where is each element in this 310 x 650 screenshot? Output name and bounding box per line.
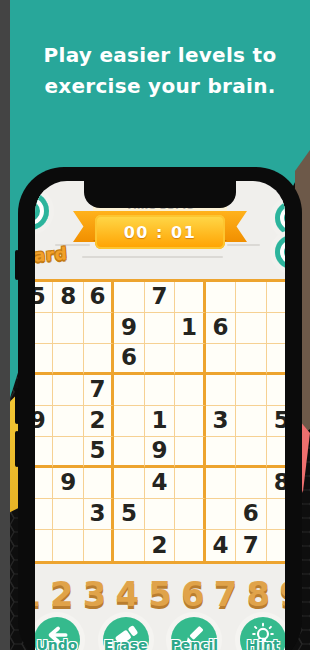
sudoku-cell-r8c7[interactable] <box>206 499 236 530</box>
sudoku-cell-r8c9[interactable] <box>267 499 285 530</box>
sudoku-cell-r3c4[interactable]: 6 <box>114 344 144 375</box>
sudoku-cell-r3c5[interactable] <box>145 344 175 375</box>
sudoku-cell-r5c9[interactable]: 5 <box>267 406 285 437</box>
sudoku-cell-r4c8[interactable] <box>236 375 266 406</box>
sudoku-grid: 5867916679213559948356247 <box>35 279 285 564</box>
sudoku-cell-r5c5[interactable]: 1 <box>145 406 175 437</box>
sudoku-cell-r9c6[interactable] <box>175 530 205 561</box>
number-key-8[interactable]: 8 <box>243 572 273 618</box>
number-key-5[interactable]: 5 <box>145 572 175 618</box>
sudoku-cell-r4c1[interactable] <box>35 375 53 406</box>
sudoku-cell-r5c2[interactable] <box>53 406 83 437</box>
sudoku-cell-r8c5[interactable] <box>145 499 175 530</box>
sudoku-cell-r7c2[interactable]: 9 <box>53 468 83 499</box>
sudoku-cell-r8c3[interactable]: 3 <box>84 499 114 530</box>
timer-text: 00 : 01 <box>124 223 197 242</box>
sudoku-cell-r6c8[interactable] <box>236 437 266 468</box>
difficulty-label: Hard <box>35 243 68 266</box>
sudoku-cell-r2c9[interactable] <box>267 313 285 344</box>
number-key-4[interactable]: 4 <box>112 572 142 618</box>
divider-center <box>82 256 223 258</box>
edge-button-top-right[interactable] <box>275 201 285 235</box>
number-key-7[interactable]: 7 <box>211 572 241 618</box>
sudoku-cell-r6c5[interactable]: 9 <box>145 437 175 468</box>
sudoku-cell-r9c2[interactable] <box>53 530 83 561</box>
sudoku-cell-r9c7[interactable]: 4 <box>206 530 236 561</box>
screenshot-root: Play easier levels to exercise your brai… <box>10 0 310 650</box>
sudoku-cell-r1c3[interactable]: 6 <box>84 282 114 313</box>
sudoku-cell-r3c1[interactable] <box>35 344 53 375</box>
sudoku-cell-r3c2[interactable] <box>53 344 83 375</box>
sudoku-cell-r9c4[interactable] <box>114 530 144 561</box>
sudoku-cell-r8c4[interactable]: 5 <box>114 499 144 530</box>
sudoku-cell-r3c3[interactable] <box>84 344 114 375</box>
sudoku-cell-r3c9[interactable] <box>267 344 285 375</box>
pencil-button[interactable]: Pencil <box>162 616 226 650</box>
sudoku-cell-r2c3[interactable] <box>84 313 114 344</box>
sudoku-cell-r6c6[interactable] <box>175 437 205 468</box>
sudoku-cell-r6c9[interactable] <box>267 437 285 468</box>
sudoku-cell-r1c9[interactable] <box>267 282 285 313</box>
sudoku-cell-r2c5[interactable] <box>145 313 175 344</box>
sudoku-cell-r8c1[interactable] <box>35 499 53 530</box>
phone-screen: Time 33:45 00 : 01 Hard 5867916679213559… <box>35 181 285 650</box>
sudoku-cell-r4c6[interactable] <box>175 375 205 406</box>
sudoku-cell-r2c4[interactable]: 9 <box>114 313 144 344</box>
sudoku-cell-r9c5[interactable]: 2 <box>145 530 175 561</box>
slogan-line-1: Play easier levels to <box>10 40 310 71</box>
sudoku-cell-r4c7[interactable] <box>206 375 236 406</box>
sudoku-cell-r9c3[interactable] <box>84 530 114 561</box>
divider-right <box>227 244 260 246</box>
sudoku-cell-r2c1[interactable] <box>35 313 53 344</box>
sudoku-cell-r6c4[interactable] <box>114 437 144 468</box>
sudoku-cell-r5c3[interactable]: 2 <box>84 406 114 437</box>
number-key-3[interactable]: 3 <box>80 572 110 618</box>
sudoku-cell-r4c2[interactable] <box>53 375 83 406</box>
number-key-6[interactable]: 6 <box>178 572 208 618</box>
sudoku-cell-r2c7[interactable]: 6 <box>206 313 236 344</box>
erase-label: Erase <box>94 637 158 650</box>
sudoku-cell-r1c2[interactable]: 8 <box>53 282 83 313</box>
sudoku-cell-r7c6[interactable] <box>175 468 205 499</box>
sudoku-cell-r7c3[interactable] <box>84 468 114 499</box>
pencil-label: Pencil <box>162 637 226 650</box>
hint-label: Hint <box>231 637 285 650</box>
sudoku-cell-r7c8[interactable] <box>236 468 266 499</box>
hint-button[interactable]: Hint <box>231 616 285 650</box>
sudoku-cell-r6c3[interactable]: 5 <box>84 437 114 468</box>
sudoku-cell-r4c9[interactable] <box>267 375 285 406</box>
erase-button[interactable]: Erase <box>94 616 158 650</box>
sudoku-cell-r5c4[interactable] <box>114 406 144 437</box>
slogan-text: Play easier levels to exercise your brai… <box>10 40 310 102</box>
sudoku-cell-r7c1[interactable] <box>35 468 53 499</box>
sudoku-cell-r9c8[interactable]: 7 <box>236 530 266 561</box>
slogan-line-2: exercise your brain. <box>10 71 310 102</box>
sudoku-cell-r4c4[interactable] <box>114 375 144 406</box>
undo-label: Undo <box>35 637 89 650</box>
sudoku-cell-r5c7[interactable]: 3 <box>206 406 236 437</box>
number-key-1[interactable]: 1 <box>35 572 44 618</box>
sudoku-cell-r3c6[interactable] <box>175 344 205 375</box>
sudoku-cell-r2c8[interactable] <box>236 313 266 344</box>
number-picker: 123456789 <box>35 572 285 618</box>
sudoku-cell-r2c2[interactable] <box>53 313 83 344</box>
sudoku-cell-r7c5[interactable]: 4 <box>145 468 175 499</box>
sudoku-cell-r3c7[interactable] <box>206 344 236 375</box>
sudoku-cell-r4c3[interactable]: 7 <box>84 375 114 406</box>
sudoku-cell-r9c1[interactable] <box>35 530 53 561</box>
sudoku-cell-r6c1[interactable] <box>35 437 53 468</box>
sudoku-cell-r5c6[interactable] <box>175 406 205 437</box>
sudoku-cell-r1c4[interactable] <box>114 282 144 313</box>
sudoku-cell-r1c6[interactable] <box>175 282 205 313</box>
sudoku-cell-r8c2[interactable] <box>53 499 83 530</box>
undo-button[interactable]: Undo <box>35 616 89 650</box>
toolbar: Undo Erase <box>35 616 285 650</box>
volume-down-button[interactable] <box>15 431 19 467</box>
number-key-9[interactable]: 9 <box>276 572 285 618</box>
sudoku-cell-r5c8[interactable] <box>236 406 266 437</box>
sudoku-cell-r3c8[interactable] <box>236 344 266 375</box>
sudoku-cell-r8c6[interactable] <box>175 499 205 530</box>
sudoku-cell-r2c6[interactable]: 1 <box>175 313 205 344</box>
timer-display: 00 : 01 <box>95 215 225 249</box>
edge-button-bottom-right[interactable] <box>275 235 285 269</box>
sudoku-cell-r7c9[interactable]: 8 <box>267 468 285 499</box>
sudoku-cell-r1c7[interactable] <box>206 282 236 313</box>
sudoku-cell-r1c5[interactable]: 7 <box>145 282 175 313</box>
sudoku-cell-r5c1[interactable]: 9 <box>35 406 53 437</box>
sudoku-cell-r6c7[interactable] <box>206 437 236 468</box>
phone-notch <box>84 181 236 208</box>
sudoku-cell-r8c8[interactable]: 6 <box>236 499 266 530</box>
sudoku-cell-r9c9[interactable] <box>267 530 285 561</box>
mute-switch[interactable] <box>15 250 19 280</box>
number-key-2[interactable]: 2 <box>47 572 77 618</box>
sudoku-cell-r4c5[interactable] <box>145 375 175 406</box>
sudoku-cell-r7c4[interactable] <box>114 468 144 499</box>
sudoku-cell-r6c2[interactable] <box>53 437 83 468</box>
sudoku-cell-r1c8[interactable] <box>236 282 266 313</box>
volume-up-button[interactable] <box>15 388 19 424</box>
sudoku-cell-r7c7[interactable] <box>206 468 236 499</box>
sudoku-cell-r1c1[interactable]: 5 <box>35 282 53 313</box>
